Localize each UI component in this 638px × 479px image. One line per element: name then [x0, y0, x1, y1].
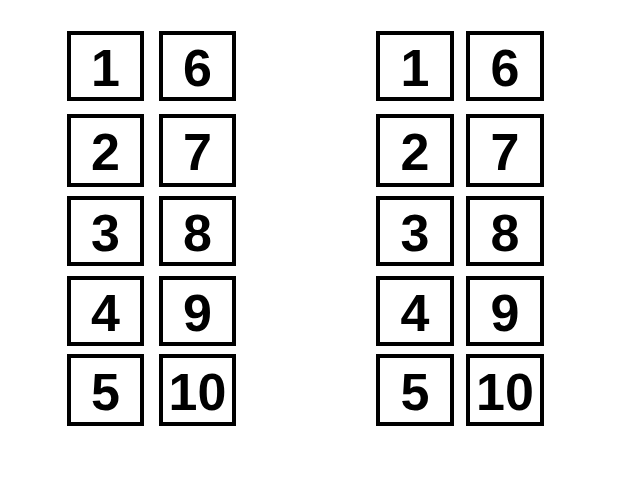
worksheet-canvas: 12345678910 12345678910: [0, 0, 638, 479]
number-tile-right-9: 9: [466, 276, 544, 346]
number-tile-right-6: 6: [466, 31, 544, 101]
number-tile-left-6: 6: [159, 31, 236, 101]
number-tile-right-1: 1: [376, 31, 454, 101]
number-tile-right-5: 5: [376, 354, 454, 426]
number-tile-left-2: 2: [67, 114, 144, 187]
number-tile-right-7: 7: [466, 114, 544, 187]
number-tile-right-10: 10: [466, 354, 544, 426]
number-tile-right-8: 8: [466, 196, 544, 266]
number-tile-left-5: 5: [67, 354, 144, 426]
number-tile-right-4: 4: [376, 276, 454, 346]
number-tile-right-2: 2: [376, 114, 454, 187]
number-tile-left-4: 4: [67, 276, 144, 346]
number-tile-left-9: 9: [159, 276, 236, 346]
number-tile-left-7: 7: [159, 114, 236, 187]
number-tile-left-8: 8: [159, 196, 236, 266]
number-tile-left-3: 3: [67, 196, 144, 266]
number-tile-left-10: 10: [159, 354, 236, 426]
number-tile-right-3: 3: [376, 196, 454, 266]
number-tile-left-1: 1: [67, 31, 144, 101]
